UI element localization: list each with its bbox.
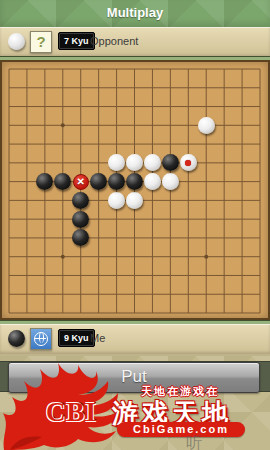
black-stone (72, 211, 89, 228)
black-stone (126, 173, 143, 190)
white-stone (108, 192, 125, 209)
gomoku-app: Multiplay ? 7 Kyu Opponent ✕ 9 Kyu Me Pu… (0, 0, 270, 450)
white-stone (144, 173, 161, 190)
me-bar: 9 Kyu Me (0, 324, 270, 354)
me-name: Me (90, 332, 105, 344)
me-avatar-un-flag-icon (30, 328, 52, 350)
opponent-bar: ? 7 Kyu Opponent (0, 27, 270, 57)
forbidden-x-marker: ✕ (73, 174, 89, 190)
put-button[interactable]: Put (8, 362, 260, 393)
board-grid (2, 62, 268, 318)
globe-icon (34, 332, 48, 346)
gomoku-board[interactable]: ✕ (0, 60, 270, 320)
opponent-name: Opponent (90, 35, 138, 47)
white-stone-icon (8, 33, 25, 50)
title-bar: Multiplay (0, 0, 270, 28)
white-stone (126, 192, 143, 209)
white-stone (198, 117, 215, 134)
white-stone (162, 173, 179, 190)
black-stone (72, 192, 89, 209)
last-move-marker (185, 160, 191, 166)
action-zone: Put (0, 356, 270, 450)
black-stone-icon (8, 330, 25, 347)
opponent-avatar: ? (30, 31, 52, 53)
page-title: Multiplay (0, 5, 270, 20)
